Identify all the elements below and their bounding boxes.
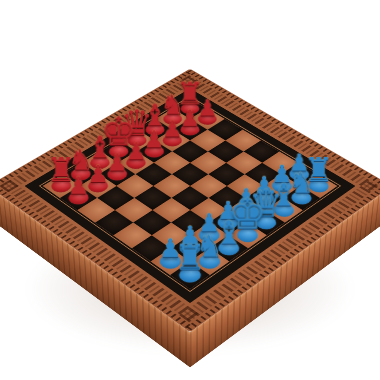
piece-blue-rook[interactable]: ♜	[164, 240, 216, 275]
piece-red-pawn[interactable]: ♟	[54, 174, 102, 198]
chess-scene: ♜♟♟♜♞♟♟♞♝♟♟♝♛♟♟♛♚♟♟♚♝♟♟♝♞♟♟♞♜♟♟♜	[0, 0, 380, 380]
photo-frame: ♜♟♟♜♞♟♟♞♝♟♟♝♛♟♟♛♚♟♟♚♝♟♟♝♞♟♟♞♜♟♟♜	[0, 0, 380, 380]
board-case: ♜♟♟♜♞♟♟♞♝♟♟♝♛♟♟♛♚♟♟♚♝♟♟♝♞♟♟♞♜♟♟♜	[0, 69, 380, 332]
